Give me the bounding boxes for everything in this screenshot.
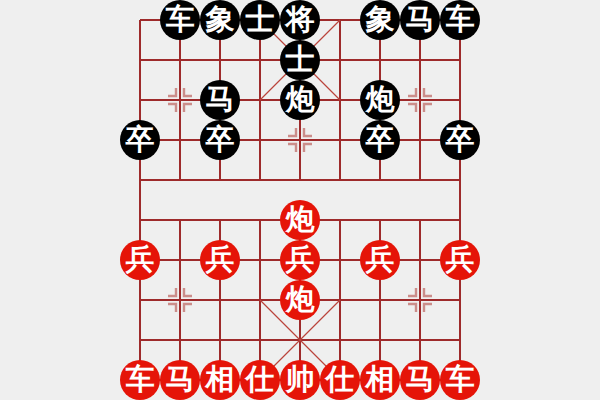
piece-glyph: 炮 [286,85,315,114]
piece-glyph: 士 [286,45,315,74]
red-horse[interactable]: 马 [160,360,200,400]
black-advisor[interactable]: 士 [240,0,280,40]
xiangqi-board: 车象士将象马车士马炮炮卒卒卒卒炮兵兵兵兵兵炮车马相仕帅仕相马车 [0,0,600,400]
piece-glyph: 帅 [286,365,315,394]
piece-glyph: 兵 [446,245,475,274]
piece-glyph: 相 [366,365,395,394]
black-elephant[interactable]: 象 [360,0,400,40]
red-soldier[interactable]: 兵 [360,240,400,280]
piece-glyph: 兵 [286,245,315,274]
red-soldier[interactable]: 兵 [200,240,240,280]
piece-glyph: 象 [366,5,395,34]
piece-glyph: 卒 [446,125,475,154]
black-elephant[interactable]: 象 [200,0,240,40]
piece-glyph: 士 [246,5,275,34]
red-cannon[interactable]: 炮 [280,280,320,320]
piece-glyph: 炮 [286,285,315,314]
black-chariot[interactable]: 车 [160,0,200,40]
red-soldier[interactable]: 兵 [280,240,320,280]
black-soldier[interactable]: 卒 [200,120,240,160]
black-chariot[interactable]: 车 [440,0,480,40]
piece-glyph: 卒 [126,125,155,154]
piece-glyph: 车 [166,5,195,34]
red-general[interactable]: 帅 [280,360,320,400]
red-soldier[interactable]: 兵 [120,240,160,280]
red-chariot[interactable]: 车 [120,360,160,400]
piece-glyph: 马 [206,85,235,114]
piece-glyph: 相 [206,365,235,394]
piece-glyph: 象 [206,5,235,34]
black-horse[interactable]: 马 [400,0,440,40]
black-general[interactable]: 将 [280,0,320,40]
piece-glyph: 仕 [246,365,275,394]
piece-glyph: 卒 [206,125,235,154]
black-cannon[interactable]: 炮 [360,80,400,120]
black-soldier[interactable]: 卒 [360,120,400,160]
piece-glyph: 炮 [366,85,395,114]
black-cannon[interactable]: 炮 [280,80,320,120]
black-soldier[interactable]: 卒 [440,120,480,160]
piece-glyph: 马 [406,5,435,34]
black-soldier[interactable]: 卒 [120,120,160,160]
piece-glyph: 兵 [206,245,235,274]
piece-glyph: 马 [166,365,195,394]
piece-glyph: 兵 [126,245,155,274]
red-advisor[interactable]: 仕 [320,360,360,400]
piece-glyph: 车 [446,365,475,394]
red-cannon[interactable]: 炮 [280,200,320,240]
red-chariot[interactable]: 车 [440,360,480,400]
black-horse[interactable]: 马 [200,80,240,120]
red-horse[interactable]: 马 [400,360,440,400]
piece-glyph: 仕 [326,365,355,394]
piece-glyph: 车 [126,365,155,394]
black-advisor[interactable]: 士 [280,40,320,80]
red-soldier[interactable]: 兵 [440,240,480,280]
piece-glyph: 车 [446,5,475,34]
piece-glyph: 马 [406,365,435,394]
red-advisor[interactable]: 仕 [240,360,280,400]
piece-glyph: 卒 [366,125,395,154]
pieces-layer: 车象士将象马车士马炮炮卒卒卒卒炮兵兵兵兵兵炮车马相仕帅仕相马车 [120,0,480,400]
red-elephant[interactable]: 相 [200,360,240,400]
red-elephant[interactable]: 相 [360,360,400,400]
piece-glyph: 兵 [366,245,395,274]
piece-glyph: 将 [286,5,315,34]
piece-glyph: 炮 [286,205,315,234]
